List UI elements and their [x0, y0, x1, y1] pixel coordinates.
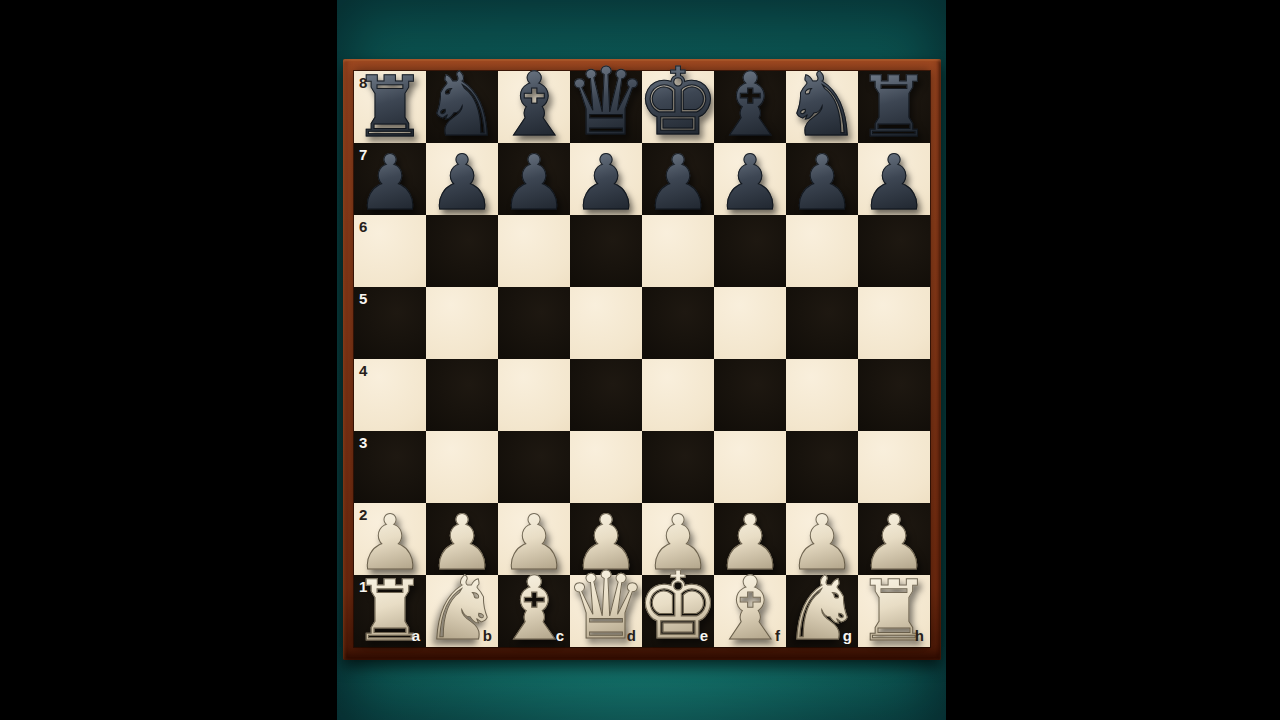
rank-label: 8: [359, 75, 367, 90]
piece-white-rook[interactable]: ♜: [846, 569, 942, 653]
square-c5[interactable]: [498, 287, 570, 359]
piece-black-pawn[interactable]: ♟: [846, 145, 942, 221]
letterbox-right: [946, 0, 1280, 720]
square-c6[interactable]: [498, 215, 570, 287]
rank-label: 6: [359, 219, 367, 234]
square-a3[interactable]: 3: [354, 431, 426, 503]
square-g6[interactable]: [786, 215, 858, 287]
game-background: 8♜♞♝♛♚♝♞♜7♟♟♟♟♟♟♟♟65432♟♟♟♟♟♟♟♟1a♜b♞c♝d♛…: [337, 0, 946, 720]
square-b6[interactable]: [426, 215, 498, 287]
square-d5[interactable]: [570, 287, 642, 359]
rank-label: 3: [359, 435, 367, 450]
square-c3[interactable]: [498, 431, 570, 503]
square-d6[interactable]: [570, 215, 642, 287]
square-h5[interactable]: [858, 287, 930, 359]
square-f4[interactable]: [714, 359, 786, 431]
square-c4[interactable]: [498, 359, 570, 431]
square-e6[interactable]: [642, 215, 714, 287]
chess-board-frame: 8♜♞♝♛♚♝♞♜7♟♟♟♟♟♟♟♟65432♟♟♟♟♟♟♟♟1a♜b♞c♝d♛…: [343, 59, 941, 660]
square-b4[interactable]: [426, 359, 498, 431]
square-a5[interactable]: 5: [354, 287, 426, 359]
rank-label: 2: [359, 507, 367, 522]
square-d4[interactable]: [570, 359, 642, 431]
rank-label: 1: [359, 579, 367, 594]
piece-black-rook[interactable]: ♜: [846, 65, 942, 149]
file-label: a: [412, 628, 420, 643]
square-e5[interactable]: [642, 287, 714, 359]
rank-label: 4: [359, 363, 367, 378]
file-label: c: [556, 628, 564, 643]
square-b3[interactable]: [426, 431, 498, 503]
square-h1[interactable]: h♜: [858, 575, 930, 647]
file-label: b: [483, 628, 492, 643]
square-g4[interactable]: [786, 359, 858, 431]
square-h7[interactable]: ♟: [858, 143, 930, 215]
square-f6[interactable]: [714, 215, 786, 287]
file-label: e: [700, 628, 708, 643]
square-e3[interactable]: [642, 431, 714, 503]
square-g3[interactable]: [786, 431, 858, 503]
file-label: d: [627, 628, 636, 643]
letterbox-left: [0, 0, 337, 720]
file-label: g: [843, 628, 852, 643]
rank-label: 5: [359, 291, 367, 306]
file-label: f: [775, 628, 780, 643]
square-d3[interactable]: [570, 431, 642, 503]
square-g5[interactable]: [786, 287, 858, 359]
square-f5[interactable]: [714, 287, 786, 359]
rank-label: 7: [359, 147, 367, 162]
square-a6[interactable]: 6: [354, 215, 426, 287]
square-b5[interactable]: [426, 287, 498, 359]
file-label: h: [915, 628, 924, 643]
square-h3[interactable]: [858, 431, 930, 503]
square-a4[interactable]: 4: [354, 359, 426, 431]
screen: 8♜♞♝♛♚♝♞♜7♟♟♟♟♟♟♟♟65432♟♟♟♟♟♟♟♟1a♜b♞c♝d♛…: [0, 0, 1280, 720]
square-e4[interactable]: [642, 359, 714, 431]
board-grid: 8♜♞♝♛♚♝♞♜7♟♟♟♟♟♟♟♟65432♟♟♟♟♟♟♟♟1a♜b♞c♝d♛…: [354, 71, 930, 647]
square-f3[interactable]: [714, 431, 786, 503]
square-h4[interactable]: [858, 359, 930, 431]
square-h6[interactable]: [858, 215, 930, 287]
square-h8[interactable]: ♜: [858, 71, 930, 143]
